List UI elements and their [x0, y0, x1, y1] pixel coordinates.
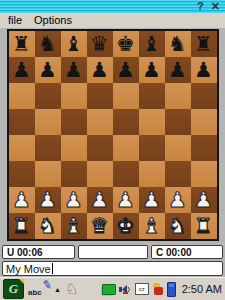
- system-tray: cz 2:50 AM: [102, 282, 222, 297]
- sync-icon[interactable]: [102, 284, 116, 295]
- square-f3[interactable]: [139, 161, 165, 187]
- square-c8[interactable]: ♝: [61, 31, 87, 57]
- chess-app-icon[interactable]: ♘: [65, 281, 78, 297]
- computer-clock: C 00:00: [151, 245, 223, 259]
- square-a2[interactable]: ♟: [9, 187, 35, 213]
- black-queen: ♛: [90, 31, 109, 57]
- white-pawn: ♟: [142, 187, 161, 213]
- square-b8[interactable]: ♞: [35, 31, 61, 57]
- square-d4[interactable]: [87, 135, 113, 161]
- square-b1[interactable]: ♞: [35, 213, 61, 239]
- square-a3[interactable]: [9, 161, 35, 187]
- square-g4[interactable]: [165, 135, 191, 161]
- close-icon[interactable]: ✕: [211, 0, 220, 13]
- pencil-icon: ✎: [41, 277, 53, 293]
- square-g8[interactable]: ♞: [165, 31, 191, 57]
- battery-icon[interactable]: [167, 282, 176, 297]
- black-king: ♚: [116, 31, 135, 57]
- square-g1[interactable]: ♞: [165, 213, 191, 239]
- white-pawn: ♟: [12, 187, 31, 213]
- black-knight: ♞: [38, 31, 57, 57]
- square-c4[interactable]: [61, 135, 87, 161]
- black-rook: ♜: [12, 31, 31, 57]
- square-b3[interactable]: [35, 161, 61, 187]
- middle-box: [78, 245, 148, 259]
- square-d5[interactable]: [87, 109, 113, 135]
- square-a8[interactable]: ♜: [9, 31, 35, 57]
- board-area: ♜♞♝♛♚♝♞♜♟♟♟♟♟♟♟♟♟♟♟♟♟♟♟♟♜♞♝♛♚♝♞♜: [0, 28, 225, 243]
- square-b2[interactable]: ♟: [35, 187, 61, 213]
- black-pawn: ♟: [64, 57, 83, 83]
- clock-row: U 00:06 C 00:00: [0, 243, 225, 260]
- white-rook: ♜: [194, 213, 213, 239]
- square-h1[interactable]: ♜: [191, 213, 217, 239]
- white-queen: ♛: [90, 213, 109, 239]
- square-e6[interactable]: [113, 83, 139, 109]
- square-d6[interactable]: [87, 83, 113, 109]
- start-button[interactable]: G: [3, 279, 24, 299]
- menu-file[interactable]: file: [8, 13, 22, 28]
- abc-label: abc: [28, 288, 42, 297]
- square-b7[interactable]: ♟: [35, 57, 61, 83]
- square-c2[interactable]: ♟: [61, 187, 87, 213]
- black-pawn: ♟: [116, 57, 135, 83]
- square-e8[interactable]: ♚: [113, 31, 139, 57]
- status-box-icon[interactable]: cz: [135, 283, 149, 295]
- square-b5[interactable]: [35, 109, 61, 135]
- square-c6[interactable]: [61, 83, 87, 109]
- square-a7[interactable]: ♟: [9, 57, 35, 83]
- black-bishop: ♝: [142, 31, 161, 57]
- square-a5[interactable]: [9, 109, 35, 135]
- tray-app-icon[interactable]: [152, 283, 164, 295]
- chess-board: ♜♞♝♛♚♝♞♜♟♟♟♟♟♟♟♟♟♟♟♟♟♟♟♟♜♞♝♛♚♝♞♜: [7, 29, 219, 241]
- white-pawn: ♟: [64, 187, 83, 213]
- taskbar-clock: 2:50 AM: [182, 283, 222, 295]
- white-pawn: ♟: [194, 187, 213, 213]
- status-row: My Move: [0, 260, 225, 277]
- black-pawn: ♟: [168, 57, 187, 83]
- square-f5[interactable]: [139, 109, 165, 135]
- square-e3[interactable]: [113, 161, 139, 187]
- square-f1[interactable]: ♝: [139, 213, 165, 239]
- square-c1[interactable]: ♝: [61, 213, 87, 239]
- square-c5[interactable]: [61, 109, 87, 135]
- square-d2[interactable]: ♟: [87, 187, 113, 213]
- start-logo-icon: G: [9, 280, 18, 298]
- square-c3[interactable]: [61, 161, 87, 187]
- square-g7[interactable]: ♟: [165, 57, 191, 83]
- square-h8[interactable]: ♜: [191, 31, 217, 57]
- square-h2[interactable]: ♟: [191, 187, 217, 213]
- white-knight: ♞: [38, 213, 57, 239]
- menu-options[interactable]: Options: [34, 13, 72, 28]
- white-knight: ♞: [168, 213, 187, 239]
- square-g2[interactable]: ♟: [165, 187, 191, 213]
- square-f8[interactable]: ♝: [139, 31, 165, 57]
- start-notch-icon: [19, 279, 24, 284]
- help-icon[interactable]: ?: [197, 0, 204, 13]
- square-a1[interactable]: ♜: [9, 213, 35, 239]
- black-pawn: ♟: [12, 57, 31, 83]
- volume-icon[interactable]: [119, 283, 132, 296]
- square-h6[interactable]: [191, 83, 217, 109]
- black-knight: ♞: [168, 31, 187, 57]
- move-status-text: My Move: [6, 262, 51, 276]
- square-a6[interactable]: [9, 83, 35, 109]
- square-g6[interactable]: [165, 83, 191, 109]
- input-expand-icon[interactable]: ▲: [54, 286, 61, 293]
- white-pawn: ♟: [90, 187, 109, 213]
- black-pawn: ♟: [90, 57, 109, 83]
- square-e4[interactable]: [113, 135, 139, 161]
- black-pawn: ♟: [142, 57, 161, 83]
- menu-bar: file Options: [0, 13, 225, 28]
- square-e5[interactable]: [113, 109, 139, 135]
- square-d1[interactable]: ♛: [87, 213, 113, 239]
- square-h7[interactable]: ♟: [191, 57, 217, 83]
- taskbar: G abc ✎ ▲ ♘ cz 2:50 AM: [0, 277, 225, 300]
- square-f4[interactable]: [139, 135, 165, 161]
- input-panel-icon[interactable]: abc ✎: [28, 281, 50, 297]
- white-pawn: ♟: [116, 187, 135, 213]
- square-h5[interactable]: [191, 109, 217, 135]
- white-pawn: ♟: [38, 187, 57, 213]
- square-e1[interactable]: ♚: [113, 213, 139, 239]
- square-f7[interactable]: ♟: [139, 57, 165, 83]
- square-b6[interactable]: [35, 83, 61, 109]
- white-bishop: ♝: [142, 213, 161, 239]
- white-king: ♚: [116, 213, 135, 239]
- square-d3[interactable]: [87, 161, 113, 187]
- square-h3[interactable]: [191, 161, 217, 187]
- white-pawn: ♟: [168, 187, 187, 213]
- square-a4[interactable]: [9, 135, 35, 161]
- square-c7[interactable]: ♟: [61, 57, 87, 83]
- square-h4[interactable]: [191, 135, 217, 161]
- square-g5[interactable]: [165, 109, 191, 135]
- square-f6[interactable]: [139, 83, 165, 109]
- tray-app-icon-body: [154, 287, 163, 295]
- square-f2[interactable]: ♟: [139, 187, 165, 213]
- square-d7[interactable]: ♟: [87, 57, 113, 83]
- square-e7[interactable]: ♟: [113, 57, 139, 83]
- text-caret: [52, 263, 53, 274]
- user-clock: U 00:06: [2, 245, 75, 259]
- black-pawn: ♟: [194, 57, 213, 83]
- square-g3[interactable]: [165, 161, 191, 187]
- black-rook: ♜: [194, 31, 213, 57]
- title-bar: ? ✕: [0, 0, 225, 13]
- move-status-box[interactable]: My Move: [2, 261, 223, 276]
- black-pawn: ♟: [38, 57, 57, 83]
- black-bishop: ♝: [64, 31, 83, 57]
- white-bishop: ♝: [64, 213, 83, 239]
- square-d8[interactable]: ♛: [87, 31, 113, 57]
- square-e2[interactable]: ♟: [113, 187, 139, 213]
- white-rook: ♜: [12, 213, 31, 239]
- square-b4[interactable]: [35, 135, 61, 161]
